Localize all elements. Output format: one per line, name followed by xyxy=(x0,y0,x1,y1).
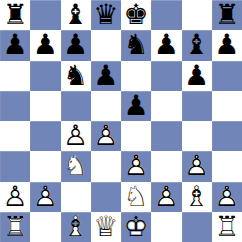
square-c5[interactable] xyxy=(61,91,91,121)
square-d2[interactable] xyxy=(91,182,121,212)
piece-black-rook: ♜ xyxy=(0,0,30,30)
square-h1[interactable]: ♜♖ xyxy=(212,212,242,242)
piece-black-king: ♚ xyxy=(121,0,151,30)
square-d5[interactable] xyxy=(91,91,121,121)
square-g5[interactable] xyxy=(182,91,212,121)
square-g1[interactable] xyxy=(182,212,212,242)
square-h2[interactable]: ♟♙ xyxy=(212,182,242,212)
square-b1[interactable] xyxy=(30,212,60,242)
square-e5[interactable]: ♟ xyxy=(121,91,151,121)
square-g2[interactable]: ♝♗ xyxy=(182,182,212,212)
piece-black-knight: ♞ xyxy=(121,30,151,60)
piece-black-bishop: ♝ xyxy=(61,0,91,30)
square-b8[interactable] xyxy=(30,0,60,30)
square-c7[interactable]: ♟ xyxy=(61,30,91,60)
piece-white-pawn: ♙ xyxy=(61,121,91,151)
square-a1[interactable]: ♜♖ xyxy=(0,212,30,242)
square-f7[interactable]: ♟ xyxy=(151,30,181,60)
square-e2[interactable]: ♞♘ xyxy=(121,182,151,212)
square-a3[interactable] xyxy=(0,151,30,181)
piece-black-pawn: ♟ xyxy=(121,91,151,121)
square-c6[interactable]: ♞ xyxy=(61,61,91,91)
piece-black-queen: ♛ xyxy=(91,0,121,30)
square-c2[interactable] xyxy=(61,182,91,212)
square-b6[interactable] xyxy=(30,61,60,91)
piece-white-knight: ♘ xyxy=(61,151,91,181)
square-b7[interactable]: ♟ xyxy=(30,30,60,60)
square-e8[interactable]: ♚ xyxy=(121,0,151,30)
piece-black-pawn: ♟ xyxy=(30,30,60,60)
square-c4[interactable]: ♟♙ xyxy=(61,121,91,151)
square-b2[interactable]: ♟♙ xyxy=(30,182,60,212)
piece-white-rook: ♖ xyxy=(0,212,30,242)
square-h4[interactable] xyxy=(212,121,242,151)
square-h6[interactable] xyxy=(212,61,242,91)
piece-black-pawn: ♟ xyxy=(151,30,181,60)
square-e6[interactable] xyxy=(121,61,151,91)
square-h3[interactable] xyxy=(212,151,242,181)
square-d3[interactable] xyxy=(91,151,121,181)
square-d6[interactable]: ♟ xyxy=(91,61,121,91)
piece-white-bishop: ♗ xyxy=(182,182,212,212)
square-a6[interactable] xyxy=(0,61,30,91)
square-h7[interactable]: ♟ xyxy=(212,30,242,60)
white-bishop-fill: ♝ xyxy=(61,212,91,242)
square-c1[interactable]: ♝♗ xyxy=(61,212,91,242)
piece-white-pawn: ♙ xyxy=(121,151,151,181)
square-h5[interactable] xyxy=(212,91,242,121)
square-d7[interactable] xyxy=(91,30,121,60)
white-rook-fill: ♜ xyxy=(0,212,30,242)
square-e3[interactable]: ♟♙ xyxy=(121,151,151,181)
square-f1[interactable] xyxy=(151,212,181,242)
square-e4[interactable] xyxy=(121,121,151,151)
piece-black-pawn: ♟ xyxy=(91,61,121,91)
square-b4[interactable] xyxy=(30,121,60,151)
white-king-fill: ♚ xyxy=(121,212,151,242)
square-b5[interactable] xyxy=(30,91,60,121)
piece-white-queen: ♕ xyxy=(91,212,121,242)
square-c8[interactable]: ♝ xyxy=(61,0,91,30)
white-pawn-fill: ♟ xyxy=(30,182,60,212)
square-h8[interactable]: ♜ xyxy=(212,0,242,30)
square-e7[interactable]: ♞ xyxy=(121,30,151,60)
square-d8[interactable]: ♛ xyxy=(91,0,121,30)
square-d4[interactable]: ♟♙ xyxy=(91,121,121,151)
square-d1[interactable]: ♛♕ xyxy=(91,212,121,242)
piece-white-pawn: ♙ xyxy=(212,182,242,212)
piece-white-knight: ♘ xyxy=(121,182,151,212)
piece-white-pawn: ♙ xyxy=(30,182,60,212)
piece-white-bishop: ♗ xyxy=(61,212,91,242)
white-bishop-fill: ♝ xyxy=(182,182,212,212)
piece-white-rook: ♖ xyxy=(212,212,242,242)
white-pawn-fill: ♟ xyxy=(0,182,30,212)
square-f8[interactable] xyxy=(151,0,181,30)
white-pawn-fill: ♟ xyxy=(212,182,242,212)
square-a5[interactable] xyxy=(0,91,30,121)
square-g6[interactable]: ♟ xyxy=(182,61,212,91)
piece-black-pawn: ♟ xyxy=(61,30,91,60)
piece-white-pawn: ♙ xyxy=(182,151,212,181)
square-f4[interactable] xyxy=(151,121,181,151)
white-queen-fill: ♛ xyxy=(91,212,121,242)
piece-black-bishop: ♝ xyxy=(182,30,212,60)
piece-white-pawn: ♙ xyxy=(151,182,181,212)
piece-black-rook: ♜ xyxy=(212,0,242,30)
square-e1[interactable]: ♚♔ xyxy=(121,212,151,242)
piece-white-pawn: ♙ xyxy=(0,182,30,212)
white-pawn-fill: ♟ xyxy=(61,121,91,151)
square-f5[interactable] xyxy=(151,91,181,121)
white-pawn-fill: ♟ xyxy=(151,182,181,212)
square-a8[interactable]: ♜ xyxy=(0,0,30,30)
square-c3[interactable]: ♞♘ xyxy=(61,151,91,181)
piece-white-king: ♔ xyxy=(121,212,151,242)
square-g3[interactable]: ♟♙ xyxy=(182,151,212,181)
square-g4[interactable] xyxy=(182,121,212,151)
white-rook-fill: ♜ xyxy=(212,212,242,242)
white-pawn-fill: ♟ xyxy=(121,151,151,181)
white-pawn-fill: ♟ xyxy=(182,151,212,181)
piece-black-pawn: ♟ xyxy=(212,30,242,60)
square-b3[interactable] xyxy=(30,151,60,181)
white-knight-fill: ♞ xyxy=(61,151,91,181)
chess-board: ♜♝♛♚♜♟♟♟♞♟♝♟♞♟♟♟♟♙♟♙♞♘♟♙♟♙♟♙♟♙♞♘♟♙♝♗♟♙♜♖… xyxy=(0,0,242,242)
square-a2[interactable]: ♟♙ xyxy=(0,182,30,212)
square-a4[interactable] xyxy=(0,121,30,151)
square-g8[interactable] xyxy=(182,0,212,30)
piece-white-pawn: ♙ xyxy=(91,121,121,151)
square-f6[interactable] xyxy=(151,61,181,91)
square-a7[interactable]: ♟ xyxy=(0,30,30,60)
piece-black-pawn: ♟ xyxy=(182,61,212,91)
square-g7[interactable]: ♝ xyxy=(182,30,212,60)
square-f3[interactable] xyxy=(151,151,181,181)
square-f2[interactable]: ♟♙ xyxy=(151,182,181,212)
white-pawn-fill: ♟ xyxy=(91,121,121,151)
white-knight-fill: ♞ xyxy=(121,182,151,212)
piece-black-pawn: ♟ xyxy=(0,30,30,60)
piece-black-knight: ♞ xyxy=(61,61,91,91)
